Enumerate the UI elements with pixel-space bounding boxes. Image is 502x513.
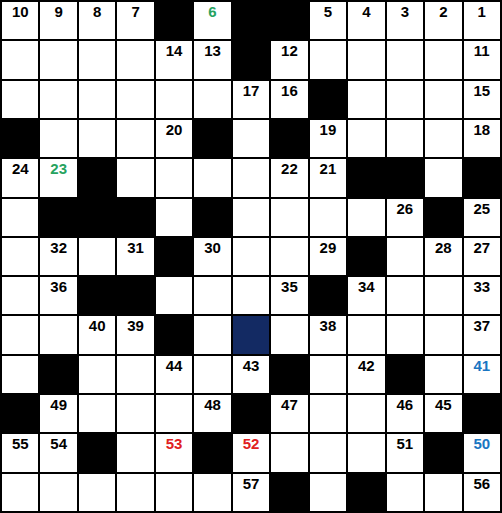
black-cell-r11c1 [2,395,38,432]
empty-cell-r7c1[interactable] [2,238,38,275]
clue-number-51: 51 [396,435,413,452]
empty-cell-r2c2[interactable] [40,41,76,78]
black-cell-r11c13 [464,395,500,432]
numbered-cell-48-r11c6[interactable]: 48 [194,395,230,432]
black-cell-r6c3 [79,199,115,236]
numbered-cell-28-r7c12[interactable]: 28 [425,238,461,275]
numbered-cell-17-r3c7[interactable]: 17 [233,81,269,118]
black-cell-r5c3 [79,159,115,196]
clue-number-24: 24 [12,160,29,177]
numbered-cell-52-r12c7[interactable]: 52 [233,434,269,471]
black-cell-r1c7 [233,2,269,39]
empty-cell-r12c10[interactable] [348,434,384,471]
black-cell-r11c7 [233,395,269,432]
empty-cell-r11c10[interactable] [348,395,384,432]
empty-cell-r6c9[interactable] [310,199,346,236]
empty-cell-r2c12[interactable] [425,41,461,78]
numbered-cell-10-r1c1[interactable]: 10 [2,2,38,39]
empty-cell-r3c4[interactable] [117,81,153,118]
empty-cell-r4c11[interactable] [387,120,423,157]
clue-number-31: 31 [127,239,144,256]
clue-number-26: 26 [396,200,413,217]
clue-number-30: 30 [204,239,221,256]
clue-number-13: 13 [204,42,221,59]
numbered-cell-23-r5c2[interactable]: 23 [40,159,76,196]
empty-cell-r3c5[interactable] [156,81,192,118]
empty-cell-r4c3[interactable] [79,120,115,157]
black-cell-r7c10 [348,238,384,275]
numbered-cell-50-r12c13[interactable]: 50 [464,434,500,471]
empty-cell-r9c10[interactable] [348,316,384,353]
numbered-cell-41-r10c13[interactable]: 41 [464,356,500,393]
numbered-cell-55-r12c1[interactable]: 55 [2,434,38,471]
clue-number-41: 41 [473,357,490,374]
numbered-cell-14-r2c5[interactable]: 14 [156,41,192,78]
empty-cell-r11c4[interactable] [117,395,153,432]
numbered-cell-18-r4c13[interactable]: 18 [464,120,500,157]
clue-number-17: 17 [243,82,260,99]
empty-cell-r2c10[interactable] [348,41,384,78]
numbered-cell-54-r12c2[interactable]: 54 [40,434,76,471]
highlighted-cell-r9c7[interactable] [233,316,269,353]
empty-cell-r9c8[interactable] [271,316,307,353]
empty-cell-r11c5[interactable] [156,395,192,432]
clue-number-19: 19 [320,121,337,138]
numbered-cell-53-r12c5[interactable]: 53 [156,434,192,471]
numbered-cell-11-r2c13[interactable]: 11 [464,41,500,78]
black-cell-r6c12 [425,199,461,236]
numbered-cell-32-r7c2[interactable]: 32 [40,238,76,275]
empty-cell-r2c3[interactable] [79,41,115,78]
numbered-cell-39-r9c4[interactable]: 39 [117,316,153,353]
empty-cell-r13c11[interactable] [387,474,423,511]
empty-cell-r3c2[interactable] [40,81,76,118]
clue-number-49: 49 [50,396,67,413]
numbered-cell-42-r10c10[interactable]: 42 [348,356,384,393]
clue-number-40: 40 [89,317,106,334]
empty-cell-r12c9[interactable] [310,434,346,471]
numbered-cell-33-r8c13[interactable]: 33 [464,277,500,314]
empty-cell-r13c6[interactable] [194,474,230,511]
numbered-cell-7-r1c4[interactable]: 7 [117,2,153,39]
clue-number-6: 6 [208,3,216,20]
numbered-cell-24-r5c1[interactable]: 24 [2,159,38,196]
empty-cell-r4c12[interactable] [425,120,461,157]
clue-number-45: 45 [435,396,452,413]
empty-cell-r13c9[interactable] [310,474,346,511]
empty-cell-r11c9[interactable] [310,395,346,432]
numbered-cell-46-r11c11[interactable]: 46 [387,395,423,432]
numbered-cell-5-r1c9[interactable]: 5 [310,2,346,39]
black-cell-r6c4 [117,199,153,236]
empty-cell-r9c12[interactable] [425,316,461,353]
clue-number-46: 46 [396,396,413,413]
black-cell-r8c9 [310,277,346,314]
empty-cell-r7c8[interactable] [271,238,307,275]
clue-number-2: 2 [439,3,447,20]
clue-number-33: 33 [473,278,490,295]
numbered-cell-13-r2c6[interactable]: 13 [194,41,230,78]
crossword-board: 1098765432114131211171615201918242322212… [0,0,502,513]
empty-cell-r10c12[interactable] [425,356,461,393]
clue-number-42: 42 [358,357,375,374]
clue-number-18: 18 [473,121,490,138]
clue-number-52: 52 [243,435,260,452]
empty-cell-r9c2[interactable] [40,316,76,353]
clue-number-28: 28 [435,239,452,256]
clue-number-23: 23 [50,160,67,177]
numbered-cell-25-r6c13[interactable]: 25 [464,199,500,236]
empty-cell-r4c7[interactable] [233,120,269,157]
clue-number-36: 36 [50,278,67,295]
empty-cell-r5c6[interactable] [194,159,230,196]
empty-cell-r10c9[interactable] [310,356,346,393]
empty-cell-r10c4[interactable] [117,356,153,393]
empty-cell-r13c2[interactable] [40,474,76,511]
clue-number-11: 11 [474,42,490,59]
empty-cell-r3c11[interactable] [387,81,423,118]
clue-number-38: 38 [320,317,337,334]
empty-cell-r13c5[interactable] [156,474,192,511]
clue-number-32: 32 [50,239,67,256]
black-cell-r9c5 [156,316,192,353]
clue-number-56: 56 [473,475,490,492]
black-cell-r4c8 [271,120,307,157]
empty-cell-r4c10[interactable] [348,120,384,157]
empty-cell-r8c11[interactable] [387,277,423,314]
clue-number-22: 22 [281,160,298,177]
numbered-cell-30-r7c6[interactable]: 30 [194,238,230,275]
clue-number-34: 34 [358,278,375,295]
black-cell-r4c1 [2,120,38,157]
empty-cell-r9c6[interactable] [194,316,230,353]
empty-cell-r2c1[interactable] [2,41,38,78]
clue-number-20: 20 [166,121,183,138]
numbered-cell-2-r1c12[interactable]: 2 [425,2,461,39]
empty-cell-r11c3[interactable] [79,395,115,432]
empty-cell-r8c7[interactable] [233,277,269,314]
empty-cell-r7c11[interactable] [387,238,423,275]
black-cell-r3c9 [310,81,346,118]
numbered-cell-36-r8c2[interactable]: 36 [40,277,76,314]
empty-cell-r8c5[interactable] [156,277,192,314]
empty-cell-r2c9[interactable] [310,41,346,78]
black-cell-r10c8 [271,356,307,393]
numbered-cell-38-r9c9[interactable]: 38 [310,316,346,353]
empty-cell-r5c7[interactable] [233,159,269,196]
black-cell-r12c6 [194,434,230,471]
clue-number-1: 1 [478,3,486,20]
clue-number-5: 5 [324,3,332,20]
clue-number-7: 7 [131,3,139,20]
numbered-cell-1-r1c13[interactable]: 1 [464,2,500,39]
empty-cell-r10c1[interactable] [2,356,38,393]
empty-cell-r10c3[interactable] [79,356,115,393]
clue-number-47: 47 [281,396,298,413]
numbered-cell-34-r8c10[interactable]: 34 [348,277,384,314]
black-cell-r8c3 [79,277,115,314]
numbered-cell-37-r9c13[interactable]: 37 [464,316,500,353]
clue-number-35: 35 [281,278,298,295]
black-cell-r5c11 [387,159,423,196]
clue-number-15: 15 [473,82,490,99]
empty-cell-r8c6[interactable] [194,277,230,314]
empty-cell-r5c5[interactable] [156,159,192,196]
clue-number-48: 48 [204,396,221,413]
black-cell-r13c10 [348,474,384,511]
black-cell-r6c2 [40,199,76,236]
clue-number-43: 43 [243,357,260,374]
numbered-cell-8-r1c3[interactable]: 8 [79,2,115,39]
clue-number-29: 29 [320,239,337,256]
empty-cell-r13c12[interactable] [425,474,461,511]
clue-number-44: 44 [166,357,183,374]
numbered-cell-12-r2c8[interactable]: 12 [271,41,307,78]
numbered-cell-57-r13c7[interactable]: 57 [233,474,269,511]
clue-number-3: 3 [401,3,409,20]
empty-cell-r3c6[interactable] [194,81,230,118]
empty-cell-r6c10[interactable] [348,199,384,236]
empty-cell-r10c6[interactable] [194,356,230,393]
numbered-cell-19-r4c9[interactable]: 19 [310,120,346,157]
empty-cell-r7c3[interactable] [79,238,115,275]
clue-number-54: 54 [50,435,67,452]
empty-cell-r8c12[interactable] [425,277,461,314]
clue-number-53: 53 [166,435,183,452]
numbered-cell-45-r11c12[interactable]: 45 [425,395,461,432]
empty-cell-r3c3[interactable] [79,81,115,118]
numbered-cell-4-r1c10[interactable]: 4 [348,2,384,39]
empty-cell-r12c4[interactable] [117,434,153,471]
clue-number-16: 16 [281,82,298,99]
empty-cell-r6c5[interactable] [156,199,192,236]
numbered-cell-29-r7c9[interactable]: 29 [310,238,346,275]
clue-number-57: 57 [243,475,260,492]
black-cell-r13c8 [271,474,307,511]
black-cell-r4c6 [194,120,230,157]
black-cell-r7c5 [156,238,192,275]
black-cell-r12c3 [79,434,115,471]
clue-number-4: 4 [362,3,370,20]
black-cell-r1c8 [271,2,307,39]
numbered-cell-9-r1c2[interactable]: 9 [40,2,76,39]
empty-cell-r3c12[interactable] [425,81,461,118]
empty-cell-r13c1[interactable] [2,474,38,511]
numbered-cell-20-r4c5[interactable]: 20 [156,120,192,157]
numbered-cell-31-r7c4[interactable]: 31 [117,238,153,275]
clue-number-50: 50 [473,435,490,452]
black-cell-r10c2 [40,356,76,393]
empty-cell-r3c10[interactable] [348,81,384,118]
empty-cell-r8c1[interactable] [2,277,38,314]
clue-number-27: 27 [473,239,490,256]
clue-number-8: 8 [93,3,101,20]
clue-number-39: 39 [127,317,144,334]
black-cell-r5c13 [464,159,500,196]
clue-number-12: 12 [281,42,298,59]
empty-cell-r2c4[interactable] [117,41,153,78]
empty-cell-r3c1[interactable] [2,81,38,118]
numbered-cell-22-r5c8[interactable]: 22 [271,159,307,196]
numbered-cell-56-r13c13[interactable]: 56 [464,474,500,511]
numbered-cell-26-r6c11[interactable]: 26 [387,199,423,236]
clue-number-21: 21 [320,160,337,177]
empty-cell-r6c1[interactable] [2,199,38,236]
empty-cell-r2c11[interactable] [387,41,423,78]
clue-number-9: 9 [55,3,63,20]
empty-cell-r4c4[interactable] [117,120,153,157]
empty-cell-r4c2[interactable] [40,120,76,157]
empty-cell-r7c7[interactable] [233,238,269,275]
black-cell-r10c11 [387,356,423,393]
empty-cell-r13c3[interactable] [79,474,115,511]
black-cell-r1c5 [156,2,192,39]
empty-cell-r9c11[interactable] [387,316,423,353]
numbered-cell-6-r1c6[interactable]: 6 [194,2,230,39]
clue-number-55: 55 [12,435,29,452]
numbered-cell-43-r10c7[interactable]: 43 [233,356,269,393]
numbered-cell-35-r8c8[interactable]: 35 [271,277,307,314]
numbered-cell-27-r7c13[interactable]: 27 [464,238,500,275]
numbered-cell-47-r11c8[interactable]: 47 [271,395,307,432]
black-cell-r8c4 [117,277,153,314]
empty-cell-r6c8[interactable] [271,199,307,236]
black-cell-r2c7 [233,41,269,78]
numbered-cell-3-r1c11[interactable]: 3 [387,2,423,39]
numbered-cell-15-r3c13[interactable]: 15 [464,81,500,118]
numbered-cell-40-r9c3[interactable]: 40 [79,316,115,353]
black-cell-r12c12 [425,434,461,471]
numbered-cell-44-r10c5[interactable]: 44 [156,356,192,393]
empty-cell-r13c4[interactable] [117,474,153,511]
clue-number-10: 10 [12,3,29,20]
clue-number-37: 37 [473,317,490,334]
empty-cell-r5c12[interactable] [425,159,461,196]
clue-number-14: 14 [166,42,183,59]
empty-cell-r12c8[interactable] [271,434,307,471]
clue-number-25: 25 [473,200,490,217]
numbered-cell-51-r12c11[interactable]: 51 [387,434,423,471]
black-cell-r6c6 [194,199,230,236]
empty-cell-r6c7[interactable] [233,199,269,236]
black-cell-r5c10 [348,159,384,196]
empty-cell-r5c4[interactable] [117,159,153,196]
numbered-cell-21-r5c9[interactable]: 21 [310,159,346,196]
numbered-cell-49-r11c2[interactable]: 49 [40,395,76,432]
numbered-cell-16-r3c8[interactable]: 16 [271,81,307,118]
empty-cell-r9c1[interactable] [2,316,38,353]
